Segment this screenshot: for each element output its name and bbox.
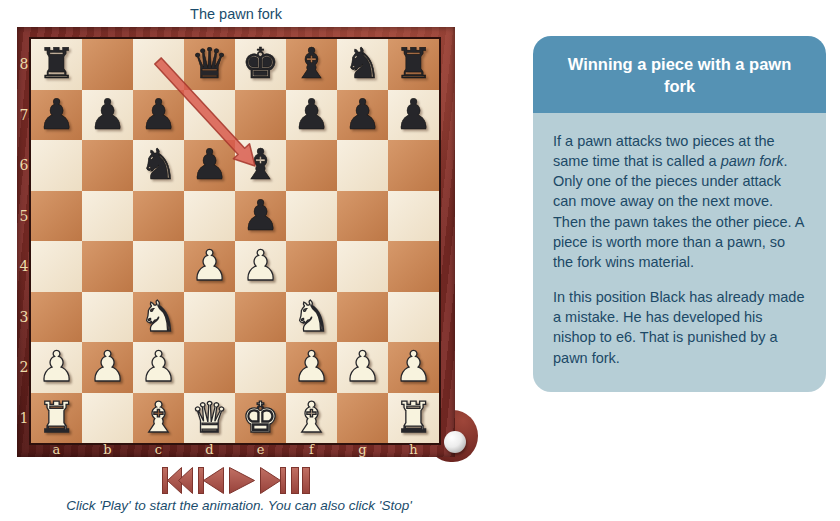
square-f1: ♝ bbox=[286, 393, 337, 444]
square-e8: ♚ bbox=[235, 39, 286, 90]
white-rook-h1: ♜ bbox=[388, 393, 439, 444]
square-e5: ♟ bbox=[235, 191, 286, 242]
square-d7 bbox=[184, 90, 235, 141]
square-d1: ♛ bbox=[184, 393, 235, 444]
square-h1: ♜ bbox=[388, 393, 439, 444]
black-rook-a8: ♜ bbox=[31, 39, 82, 90]
black-pawn-g7: ♟ bbox=[337, 90, 388, 141]
square-a4 bbox=[31, 241, 82, 292]
animation-hint-caption: Click 'Play' to start the animation. You… bbox=[0, 498, 478, 513]
playback-controls bbox=[17, 466, 455, 495]
square-a2: ♟ bbox=[31, 342, 82, 393]
paragraph-1-italic-term: pawn fork bbox=[721, 153, 784, 169]
square-a1: ♜ bbox=[31, 393, 82, 444]
white-knight-c3: ♞ bbox=[133, 292, 184, 343]
white-pawn-h2: ♟ bbox=[388, 342, 439, 393]
square-g2: ♟ bbox=[337, 342, 388, 393]
square-g5 bbox=[337, 191, 388, 242]
lesson-panel-title: Winning a piece with a pawn fork bbox=[533, 36, 826, 113]
rank-label-3: 3 bbox=[18, 292, 30, 343]
board-resize-handle[interactable] bbox=[444, 431, 466, 453]
square-e2 bbox=[235, 342, 286, 393]
square-g4 bbox=[337, 241, 388, 292]
black-knight-g8: ♞ bbox=[337, 39, 388, 90]
square-g3 bbox=[337, 292, 388, 343]
file-labels: abcdefgh bbox=[31, 443, 439, 457]
black-pawn-b7: ♟ bbox=[82, 90, 133, 141]
rank-label-4: 4 bbox=[18, 241, 30, 292]
black-rook-h8: ♜ bbox=[388, 39, 439, 90]
file-label-f: f bbox=[286, 443, 337, 457]
square-h8: ♜ bbox=[388, 39, 439, 90]
square-d8: ♛ bbox=[184, 39, 235, 90]
black-king-e8: ♚ bbox=[235, 39, 286, 90]
black-pawn-c7: ♟ bbox=[133, 90, 184, 141]
skip-to-start-button[interactable] bbox=[162, 467, 193, 494]
skip-to-start-icon bbox=[162, 467, 193, 494]
black-bishop-e6: ♝ bbox=[235, 140, 286, 191]
black-pawn-e5: ♟ bbox=[235, 191, 286, 242]
square-f8: ♝ bbox=[286, 39, 337, 90]
square-b6 bbox=[82, 140, 133, 191]
rank-label-6: 6 bbox=[18, 140, 30, 191]
black-pawn-d6: ♟ bbox=[184, 140, 235, 191]
square-b3 bbox=[82, 292, 133, 343]
white-pawn-e4: ♟ bbox=[235, 241, 286, 292]
square-d4: ♟ bbox=[184, 241, 235, 292]
square-d6: ♟ bbox=[184, 140, 235, 191]
square-c7: ♟ bbox=[133, 90, 184, 141]
file-label-a: a bbox=[31, 443, 82, 457]
square-c3: ♞ bbox=[133, 292, 184, 343]
file-label-c: c bbox=[133, 443, 184, 457]
rank-label-7: 7 bbox=[18, 90, 30, 141]
square-f2: ♟ bbox=[286, 342, 337, 393]
play-button[interactable] bbox=[229, 467, 255, 494]
square-a3 bbox=[31, 292, 82, 343]
lesson-panel: Winning a piece with a pawn fork If a pa… bbox=[533, 36, 826, 392]
file-label-e: e bbox=[235, 443, 286, 457]
square-d3 bbox=[184, 292, 235, 343]
step-forward-button[interactable] bbox=[260, 467, 286, 494]
square-b7: ♟ bbox=[82, 90, 133, 141]
white-queen-d1: ♛ bbox=[184, 393, 235, 444]
square-h4 bbox=[388, 241, 439, 292]
black-bishop-f8: ♝ bbox=[286, 39, 337, 90]
square-e7 bbox=[235, 90, 286, 141]
rank-label-1: 1 bbox=[18, 393, 30, 444]
pause-button[interactable] bbox=[291, 467, 310, 494]
file-label-h: h bbox=[388, 443, 439, 457]
black-pawn-a7: ♟ bbox=[31, 90, 82, 141]
file-label-d: d bbox=[184, 443, 235, 457]
step-forward-icon bbox=[260, 467, 286, 494]
square-c2: ♟ bbox=[133, 342, 184, 393]
white-pawn-g2: ♟ bbox=[337, 342, 388, 393]
white-pawn-f2: ♟ bbox=[286, 342, 337, 393]
square-g1 bbox=[337, 393, 388, 444]
board-squares: ♜♛♚♝♞♜♟♟♟♟♟♟♞♟♝♟♟♟♞♞♟♟♟♟♟♟♜♝♛♚♝♜ bbox=[31, 39, 439, 443]
lesson-panel-body: If a pawn attacks two pieces at the same… bbox=[533, 113, 826, 392]
square-b4 bbox=[82, 241, 133, 292]
square-a5 bbox=[31, 191, 82, 242]
white-knight-f3: ♞ bbox=[286, 292, 337, 343]
white-bishop-f1: ♝ bbox=[286, 393, 337, 444]
square-e6: ♝ bbox=[235, 140, 286, 191]
rank-label-8: 8 bbox=[18, 39, 30, 90]
white-rook-a1: ♜ bbox=[31, 393, 82, 444]
white-king-e1: ♚ bbox=[235, 393, 286, 444]
chess-board: 87654321 abcdefgh ♜♛♚♝♞♜♟♟♟♟♟♟♞♟♝♟♟♟♞♞♟♟… bbox=[17, 27, 455, 457]
square-c5 bbox=[133, 191, 184, 242]
square-b2: ♟ bbox=[82, 342, 133, 393]
square-g7: ♟ bbox=[337, 90, 388, 141]
black-queen-d8: ♛ bbox=[184, 39, 235, 90]
play-icon bbox=[229, 467, 255, 494]
square-g8: ♞ bbox=[337, 39, 388, 90]
square-e3 bbox=[235, 292, 286, 343]
rank-labels: 87654321 bbox=[18, 39, 30, 443]
square-c6: ♞ bbox=[133, 140, 184, 191]
square-f6 bbox=[286, 140, 337, 191]
square-f5 bbox=[286, 191, 337, 242]
white-pawn-c2: ♟ bbox=[133, 342, 184, 393]
square-f3: ♞ bbox=[286, 292, 337, 343]
square-g6 bbox=[337, 140, 388, 191]
step-back-icon bbox=[198, 467, 224, 494]
lesson-paragraph-1: If a pawn attacks two pieces at the same… bbox=[553, 131, 806, 273]
paragraph-1-text-after: . Only one of the pieces under attack ca… bbox=[553, 153, 804, 270]
square-h7: ♟ bbox=[388, 90, 439, 141]
black-knight-c6: ♞ bbox=[133, 140, 184, 191]
file-label-g: g bbox=[337, 443, 388, 457]
white-pawn-d4: ♟ bbox=[184, 241, 235, 292]
square-b5 bbox=[82, 191, 133, 242]
pause-icon bbox=[291, 467, 310, 494]
square-a6 bbox=[31, 140, 82, 191]
square-h3 bbox=[388, 292, 439, 343]
square-e1: ♚ bbox=[235, 393, 286, 444]
square-b8 bbox=[82, 39, 133, 90]
square-d5 bbox=[184, 191, 235, 242]
white-pawn-b2: ♟ bbox=[82, 342, 133, 393]
square-c1: ♝ bbox=[133, 393, 184, 444]
black-pawn-h7: ♟ bbox=[388, 90, 439, 141]
file-label-b: b bbox=[82, 443, 133, 457]
square-f4 bbox=[286, 241, 337, 292]
square-h5 bbox=[388, 191, 439, 242]
board-title: The pawn fork bbox=[17, 6, 455, 22]
white-bishop-c1: ♝ bbox=[133, 393, 184, 444]
black-pawn-f7: ♟ bbox=[286, 90, 337, 141]
square-e4: ♟ bbox=[235, 241, 286, 292]
rank-label-2: 2 bbox=[18, 342, 30, 393]
step-back-button[interactable] bbox=[198, 467, 224, 494]
square-c4 bbox=[133, 241, 184, 292]
square-d2 bbox=[184, 342, 235, 393]
square-b1 bbox=[82, 393, 133, 444]
square-c8 bbox=[133, 39, 184, 90]
square-h6 bbox=[388, 140, 439, 191]
square-a7: ♟ bbox=[31, 90, 82, 141]
lesson-paragraph-2: In this position Black has already made … bbox=[553, 287, 806, 368]
rank-label-5: 5 bbox=[18, 191, 30, 242]
white-pawn-a2: ♟ bbox=[31, 342, 82, 393]
chess-lesson-page: The pawn fork 87654321 abcdefgh ♜♛♚♝♞♜♟♟… bbox=[0, 0, 840, 521]
square-h2: ♟ bbox=[388, 342, 439, 393]
square-f7: ♟ bbox=[286, 90, 337, 141]
square-a8: ♜ bbox=[31, 39, 82, 90]
